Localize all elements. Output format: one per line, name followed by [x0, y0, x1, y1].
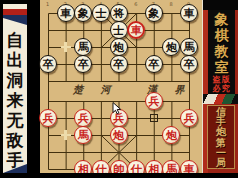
vertical-char: 自: [7, 30, 24, 50]
decorative-stripes: [203, 94, 238, 104]
black-卒-piece[interactable]: 卒: [110, 55, 128, 73]
vertical-char: 无: [7, 110, 24, 130]
lesson-title-vertical: 信手炮第一局: [216, 106, 226, 168]
last-move-origin-marker: [150, 114, 158, 122]
vertical-char: 敌: [7, 130, 24, 150]
black-馬-piece[interactable]: 馬: [180, 38, 198, 56]
river-text-chu-he: 楚 河: [73, 83, 117, 97]
mouse-cursor: [112, 102, 122, 115]
sidebar-top-strip: [203, 0, 238, 10]
black-象-piece[interactable]: 象: [145, 4, 163, 22]
file-number: 1: [46, 1, 49, 7]
black-炮-piece[interactable]: 炮: [110, 38, 128, 56]
classroom-title-vertical: 象棋教室: [215, 10, 229, 75]
vertical-char: 来: [7, 90, 24, 110]
vertical-char: 洞: [7, 70, 24, 90]
left-book-spine-banner: 自出洞来无敌手: [0, 0, 40, 178]
black-車-piece[interactable]: 車: [180, 4, 198, 22]
vertical-char: 出: [7, 50, 24, 70]
black-卒-piece[interactable]: 卒: [39, 55, 57, 73]
book-title-vertical: 自出洞来无敌手: [3, 30, 27, 170]
red-炮-piece[interactable]: 炮: [110, 126, 128, 144]
black-士-piece[interactable]: 士: [110, 21, 128, 39]
vertical-char: 局: [216, 158, 226, 168]
spine-red-bar: [3, 9, 27, 15]
right-sidebar: 象棋教室 盗版 必究 信手炮第一局: [202, 0, 238, 178]
black-士-piece[interactable]: 士: [92, 4, 110, 22]
black-卒-piece[interactable]: 卒: [145, 55, 163, 73]
classroom-panel: 象棋教室 盗版 必究: [208, 10, 235, 94]
xiangqi-board[interactable]: 123456789 楚 河 漢 界 車象士将象車士車馬炮炮馬卒卒卒卒卒兵兵兵兵兵…: [40, 0, 202, 174]
notice-row-1: 盗版: [213, 75, 231, 84]
red-兵-piece[interactable]: 兵: [145, 92, 163, 110]
red-兵-piece[interactable]: 兵: [180, 109, 198, 127]
vertical-char: 教: [215, 43, 229, 59]
anchor-cross-mark: [61, 130, 71, 140]
file-number: 8: [169, 1, 172, 7]
red-車-piece[interactable]: 車: [127, 21, 145, 39]
black-将-piece[interactable]: 将: [110, 4, 128, 22]
app-window: 自出洞来无敌手 123456789 楚 河 漢 界 車象士将象車士車馬炮炮馬卒卒…: [0, 0, 238, 178]
black-卒-piece[interactable]: 卒: [180, 55, 198, 73]
vertical-char: 室: [215, 59, 229, 75]
lesson-title-panel: 信手炮第一局: [207, 105, 235, 169]
notice-row-2: 必究: [213, 84, 231, 93]
bottom-letterbox-bar: [0, 173, 238, 178]
black-車-piece[interactable]: 車: [57, 4, 75, 22]
spine-blue-wedge-top: [3, 15, 27, 25]
file-number: 6: [134, 1, 137, 7]
anti-piracy-notice: 盗版 必究: [213, 75, 231, 93]
vertical-char: 象: [215, 11, 229, 27]
book-spine: 自出洞来无敌手: [3, 4, 27, 173]
red-兵-piece[interactable]: 兵: [39, 109, 57, 127]
anchor-cross-mark: [61, 42, 71, 52]
vertical-char: 棋: [215, 27, 229, 43]
